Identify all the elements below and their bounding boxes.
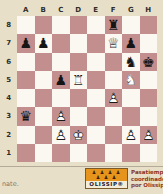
file-label-e: E [87,5,105,15]
square-h2: ♟♙ [140,126,158,144]
square-d7 [70,34,88,52]
black-king-h6: ♚ [140,53,158,71]
file-label-c: C [52,5,70,15]
square-g4 [122,89,140,107]
square-a6 [17,53,35,71]
square-f3 [105,107,123,125]
square-d2: ♚♔ [70,126,88,144]
white-pawn-fill: ♟ [122,126,140,144]
square-e7 [87,34,105,52]
square-e4 [87,89,105,107]
square-c5: ♟ [52,71,70,89]
white-pawn-h2: ♙ [140,126,158,144]
square-c2: ♟♙ [52,126,70,144]
square-g2: ♟♙ [122,126,140,144]
square-g3 [122,107,140,125]
rank-label-8: 8 [0,16,15,34]
credit-line: Pasatiempos [131,169,163,176]
rank-label-6: 6 [0,53,15,71]
file-label-f: F [105,5,123,15]
square-d6 [70,53,88,71]
square-h3 [140,107,158,125]
square-h8 [140,16,158,34]
square-g1 [122,144,140,162]
square-f2 [105,126,123,144]
square-a8 [17,16,35,34]
square-a5 [17,71,35,89]
square-e6 [87,53,105,71]
credit-line: por Olissip [131,182,163,189]
chess-puzzle-clipping: ABCDEFGH 87654321 ♜♟♟♛♕♟♞♚♟♜♖♞♘♟♙♛♟♙♟♙♚♔… [0,0,163,194]
black-pawn-c5: ♟ [52,71,70,89]
square-c8 [52,16,70,34]
square-f1 [105,144,123,162]
white-pawn-c2: ♙ [52,126,70,144]
square-c7 [52,34,70,52]
white-pawn-fill: ♟ [140,126,158,144]
white-pawn-fill: ♟ [52,126,70,144]
square-e3 [87,107,105,125]
square-b2 [35,126,53,144]
credit-text: Pasatiempos coordinados por Olissip [131,169,163,189]
square-g6: ♞ [122,53,140,71]
square-g7: ♟ [122,34,140,52]
square-a4 [17,89,35,107]
file-label-d: D [70,5,88,15]
file-label-h: H [140,5,158,15]
square-d5: ♜♖ [70,71,88,89]
square-f5 [105,71,123,89]
black-queen-a3: ♛ [17,107,35,125]
square-h5 [140,71,158,89]
white-pawn-f4: ♙ [105,89,123,107]
rank-labels: 87654321 [0,16,15,162]
square-c4 [52,89,70,107]
logo-chess-pattern-icon: ♟ ♟ ♟ ♟ ♟ ♟ ♟ [86,169,127,181]
square-d3 [70,107,88,125]
black-rook-f8: ♜ [105,16,123,34]
square-a3: ♛ [17,107,35,125]
square-c1 [52,144,70,162]
white-queen-fill: ♛ [105,34,123,52]
white-knight-fill: ♞ [122,71,140,89]
square-g8 [122,16,140,34]
white-rook-d5: ♖ [70,71,88,89]
square-h7 [140,34,158,52]
square-h4 [140,89,158,107]
square-a1 [17,144,35,162]
file-label-g: G [122,5,140,15]
square-d4 [70,89,88,107]
file-label-a: A [17,5,35,15]
square-b7: ♟ [35,34,53,52]
white-king-fill: ♚ [70,126,88,144]
square-f7: ♛♕ [105,34,123,52]
square-b8 [35,16,53,34]
square-e8 [87,16,105,34]
square-b4 [35,89,53,107]
rank-label-3: 3 [0,107,15,125]
square-e2 [87,126,105,144]
file-label-b: B [35,5,53,15]
white-pawn-c3: ♙ [52,107,70,125]
square-e5 [87,71,105,89]
white-pawn-g2: ♙ [122,126,140,144]
square-c3: ♟♙ [52,107,70,125]
column-divider-line [0,166,163,167]
square-f8: ♜ [105,16,123,34]
square-b6 [35,53,53,71]
rank-label-1: 1 [0,144,15,162]
square-g5: ♞♘ [122,71,140,89]
square-d8 [70,16,88,34]
logo-wordmark: OLISSIP® [86,181,127,188]
rank-label-7: 7 [0,34,15,52]
white-king-d2: ♔ [70,126,88,144]
rank-label-2: 2 [0,126,15,144]
rank-label-5: 5 [0,71,15,89]
square-h1 [140,144,158,162]
black-pawn-a7: ♟ [17,34,35,52]
square-f6 [105,53,123,71]
white-knight-g5: ♘ [122,71,140,89]
white-queen-f7: ♕ [105,34,123,52]
olissip-logo: ♟ ♟ ♟ ♟ ♟ ♟ ♟ OLISSIP® [85,168,128,189]
white-pawn-fill: ♟ [105,89,123,107]
square-b3 [35,107,53,125]
square-d1 [70,144,88,162]
black-pawn-b7: ♟ [35,34,53,52]
square-e1 [87,144,105,162]
square-f4: ♟♙ [105,89,123,107]
square-c6 [52,53,70,71]
rank-label-4: 4 [0,89,15,107]
black-pawn-g7: ♟ [122,34,140,52]
square-h6: ♚ [140,53,158,71]
black-knight-g6: ♞ [122,53,140,71]
white-pawn-fill: ♟ [52,107,70,125]
square-a7: ♟ [17,34,35,52]
square-a2 [17,126,35,144]
chess-board: ♜♟♟♛♕♟♞♚♟♜♖♞♘♟♙♛♟♙♟♙♚♔♟♙♟♙ [17,16,157,162]
square-b5 [35,71,53,89]
file-labels: ABCDEFGH [17,5,157,15]
white-rook-fill: ♜ [70,71,88,89]
clipped-caption-text: nate. [2,180,19,188]
square-b1 [35,144,53,162]
logo-pattern-row: ♟ ♟ ♟ [86,175,127,180]
